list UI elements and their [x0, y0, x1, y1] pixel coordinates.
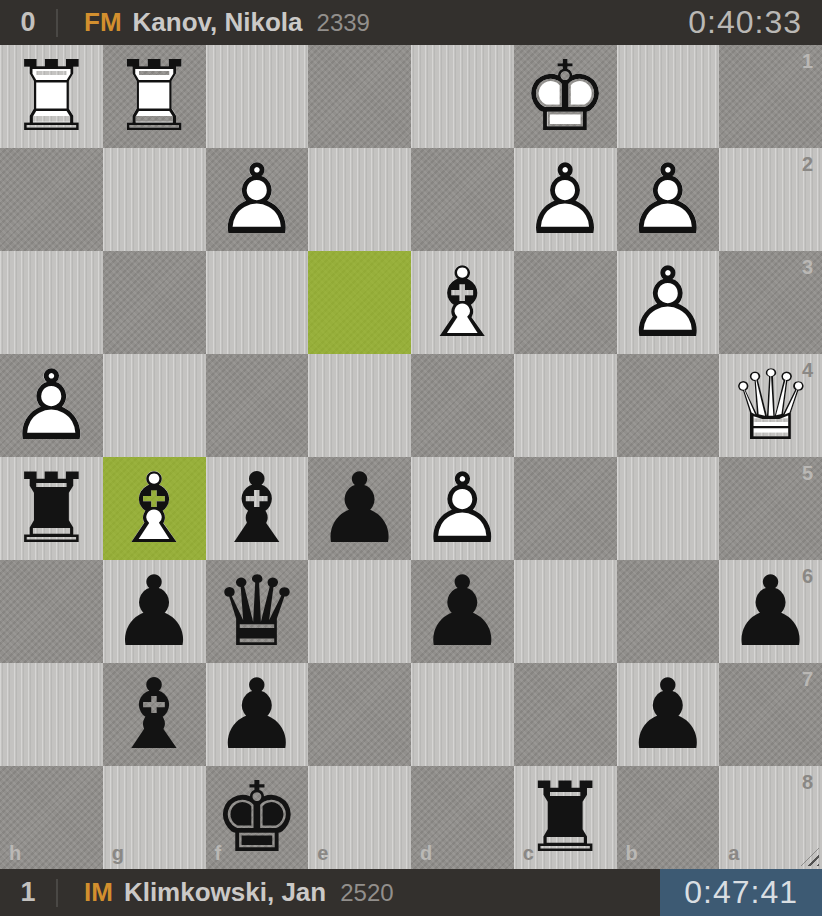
black-pawn-a6[interactable]: ♟	[719, 560, 822, 663]
black-bishop-f5[interactable]: ♝	[206, 457, 309, 560]
black-pawn-e5[interactable]: ♟	[308, 457, 411, 560]
black-pawn-f7[interactable]: ♟	[206, 663, 309, 766]
file-label-e: e	[317, 842, 328, 865]
square-c7[interactable]	[514, 663, 617, 766]
square-g4[interactable]	[103, 354, 206, 457]
square-h3[interactable]	[0, 251, 103, 354]
square-b8[interactable]: b	[617, 766, 720, 869]
square-a8[interactable]: 8a	[719, 766, 822, 869]
square-c3[interactable]	[514, 251, 617, 354]
top-player-bar: 0 FM Kanov, Nikola 2339 0:40:33	[0, 0, 822, 45]
square-e8[interactable]: e	[308, 766, 411, 869]
bottom-player-name[interactable]: Klimkowski, Jan	[124, 877, 326, 908]
rank-label-3: 3	[802, 256, 813, 279]
square-b7[interactable]: ♟	[617, 663, 720, 766]
square-c5[interactable]	[514, 457, 617, 560]
square-b1[interactable]	[617, 45, 720, 148]
black-king-f8[interactable]: ♚	[206, 766, 309, 869]
square-b5[interactable]	[617, 457, 720, 560]
square-a1[interactable]: 1	[719, 45, 822, 148]
square-a6[interactable]: ♟6	[719, 560, 822, 663]
square-e1[interactable]	[308, 45, 411, 148]
bottom-player-rating: 2520	[340, 879, 393, 907]
square-e2[interactable]	[308, 148, 411, 251]
bottom-player-score: 1	[0, 877, 56, 908]
square-a3[interactable]: 3	[719, 251, 822, 354]
square-h7[interactable]	[0, 663, 103, 766]
black-rook-c8[interactable]: ♜	[514, 766, 617, 869]
square-d6[interactable]: ♟	[411, 560, 514, 663]
square-b2[interactable]: ♟♙	[617, 148, 720, 251]
square-c2[interactable]: ♟♙	[514, 148, 617, 251]
square-h4[interactable]: ♟♙	[0, 354, 103, 457]
square-b4[interactable]	[617, 354, 720, 457]
square-d2[interactable]	[411, 148, 514, 251]
top-player-name[interactable]: Kanov, Nikola	[133, 7, 303, 38]
square-h6[interactable]	[0, 560, 103, 663]
square-e3[interactable]	[308, 251, 411, 354]
square-e4[interactable]	[308, 354, 411, 457]
white-pawn-h4[interactable]: ♟♙	[0, 354, 103, 457]
square-g8[interactable]: g	[103, 766, 206, 869]
score-divider	[56, 879, 58, 907]
rank-label-2: 2	[802, 153, 813, 176]
top-player-clock: 0:40:33	[668, 4, 822, 41]
black-pawn-d6[interactable]: ♟	[411, 560, 514, 663]
rank-label-1: 1	[802, 50, 813, 73]
square-f1[interactable]	[206, 45, 309, 148]
square-b3[interactable]: ♟♙	[617, 251, 720, 354]
white-pawn-c2[interactable]: ♟♙	[514, 148, 617, 251]
white-bishop-d3[interactable]: ♝♗	[411, 251, 514, 354]
square-f4[interactable]	[206, 354, 309, 457]
top-player-score: 0	[0, 7, 56, 38]
file-label-d: d	[420, 842, 432, 865]
square-e6[interactable]	[308, 560, 411, 663]
square-h1[interactable]: ♜♖	[0, 45, 103, 148]
square-e5[interactable]: ♟	[308, 457, 411, 560]
score-divider	[56, 9, 58, 37]
white-bishop-g5[interactable]: ♝♗	[103, 457, 206, 560]
file-label-h: h	[9, 842, 21, 865]
square-a7[interactable]: 7	[719, 663, 822, 766]
square-f5[interactable]: ♝	[206, 457, 309, 560]
square-c4[interactable]	[514, 354, 617, 457]
square-f2[interactable]: ♟♙	[206, 148, 309, 251]
square-a4[interactable]: ♛♕4	[719, 354, 822, 457]
square-f8[interactable]: ♚f	[206, 766, 309, 869]
square-g6[interactable]: ♟	[103, 560, 206, 663]
top-player-title: FM	[84, 7, 122, 38]
square-d4[interactable]	[411, 354, 514, 457]
square-g7[interactable]: ♝	[103, 663, 206, 766]
square-h2[interactable]	[0, 148, 103, 251]
square-a2[interactable]: 2	[719, 148, 822, 251]
square-g2[interactable]	[103, 148, 206, 251]
square-h8[interactable]: h	[0, 766, 103, 869]
square-d7[interactable]	[411, 663, 514, 766]
square-c6[interactable]	[514, 560, 617, 663]
white-king-c1[interactable]: ♚♔	[514, 45, 617, 148]
square-f7[interactable]: ♟	[206, 663, 309, 766]
bottom-player-clock: 0:47:41	[660, 869, 822, 916]
white-pawn-f2[interactable]: ♟♙	[206, 148, 309, 251]
black-bishop-g7[interactable]: ♝	[103, 663, 206, 766]
white-pawn-b3[interactable]: ♟♙	[617, 251, 720, 354]
black-queen-f6[interactable]: ♛	[206, 560, 309, 663]
square-d3[interactable]: ♝♗	[411, 251, 514, 354]
white-pawn-b2[interactable]: ♟♙	[617, 148, 720, 251]
square-b6[interactable]	[617, 560, 720, 663]
square-f3[interactable]	[206, 251, 309, 354]
black-rook-h5[interactable]: ♜	[0, 457, 103, 560]
black-pawn-b7[interactable]: ♟	[617, 663, 720, 766]
white-rook-g1[interactable]: ♜♖	[103, 45, 206, 148]
bottom-player-bar: 1 IM Klimkowski, Jan 2520 0:47:41	[0, 869, 822, 916]
file-label-b: b	[626, 842, 638, 865]
square-g3[interactable]	[103, 251, 206, 354]
chess-game-window: 0 FM Kanov, Nikola 2339 0:40:33 ♜♖♜♖♚♔1♟…	[0, 0, 822, 916]
square-h5[interactable]: ♜	[0, 457, 103, 560]
file-label-g: g	[112, 842, 124, 865]
square-f6[interactable]: ♛	[206, 560, 309, 663]
chess-board: ♜♖♜♖♚♔1♟♙♟♙♟♙2♝♗♟♙3♟♙♛♕4♜♝♗♝♟♟♙5♟♛♟♟6♝♟♟…	[0, 45, 822, 869]
square-a5[interactable]: 5	[719, 457, 822, 560]
white-queen-a4[interactable]: ♛♕	[719, 354, 822, 457]
top-player-rating: 2339	[317, 9, 370, 37]
black-pawn-g6[interactable]: ♟	[103, 560, 206, 663]
square-d5[interactable]: ♟♙	[411, 457, 514, 560]
square-g1[interactable]: ♜♖	[103, 45, 206, 148]
file-label-a: a	[728, 842, 739, 865]
square-c1[interactable]: ♚♔	[514, 45, 617, 148]
square-e7[interactable]	[308, 663, 411, 766]
rank-label-8: 8	[802, 771, 813, 794]
square-d1[interactable]	[411, 45, 514, 148]
white-pawn-d5[interactable]: ♟♙	[411, 457, 514, 560]
bottom-player-title: IM	[84, 877, 113, 908]
square-g5[interactable]: ♝♗	[103, 457, 206, 560]
rank-label-7: 7	[802, 668, 813, 691]
square-c8[interactable]: ♜c	[514, 766, 617, 869]
rank-label-5: 5	[802, 462, 813, 485]
square-d8[interactable]: d	[411, 766, 514, 869]
white-rook-h1[interactable]: ♜♖	[0, 45, 103, 148]
